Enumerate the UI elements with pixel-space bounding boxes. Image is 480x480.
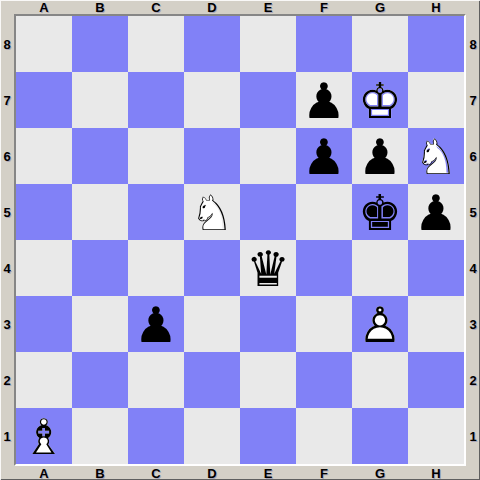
file-label-b: B bbox=[72, 0, 128, 15]
piece-glyph-outline: ♗ bbox=[16, 408, 72, 464]
file-label-c: C bbox=[128, 466, 184, 480]
file-label-e: E bbox=[240, 466, 296, 480]
board: ♟♚♔♟♟♞♘♞♘♚♟♛♟♟♙♝♗ bbox=[14, 14, 466, 466]
square-b5[interactable] bbox=[72, 184, 128, 240]
piece-bK-g5: ♚ bbox=[352, 184, 408, 240]
square-c3[interactable]: ♟ bbox=[128, 296, 184, 352]
rank-label-8: 8 bbox=[0, 16, 14, 72]
piece-bQ-e4: ♛ bbox=[240, 240, 296, 296]
square-h5[interactable]: ♟ bbox=[408, 184, 464, 240]
square-c6[interactable] bbox=[128, 128, 184, 184]
rank-label-2: 2 bbox=[0, 352, 14, 408]
file-label-g: G bbox=[352, 466, 408, 480]
square-g7[interactable]: ♚♔ bbox=[352, 72, 408, 128]
rank-labels-left: 87654321 bbox=[0, 16, 14, 464]
square-c8[interactable] bbox=[128, 16, 184, 72]
rank-label-5: 5 bbox=[0, 184, 14, 240]
chess-diagram: ABCDEFGH 87654321 ♟♚♔♟♟♞♘♞♘♚♟♛♟♟♙♝♗ 8765… bbox=[0, 0, 480, 480]
square-f5[interactable] bbox=[296, 184, 352, 240]
piece-bP-g6: ♟ bbox=[352, 128, 408, 184]
piece-glyph-fill: ♟ bbox=[408, 184, 464, 240]
square-a8[interactable] bbox=[16, 16, 72, 72]
rank-label-6: 6 bbox=[0, 128, 14, 184]
square-a1[interactable]: ♝♗ bbox=[16, 408, 72, 464]
square-c1[interactable] bbox=[128, 408, 184, 464]
square-d3[interactable] bbox=[184, 296, 240, 352]
piece-glyph-fill: ♟ bbox=[352, 128, 408, 184]
piece-glyph-outline: ♔ bbox=[352, 72, 408, 128]
file-label-e: E bbox=[240, 0, 296, 15]
square-b6[interactable] bbox=[72, 128, 128, 184]
piece-wN-d5: ♞♘ bbox=[184, 184, 240, 240]
piece-glyph-outline: ♘ bbox=[408, 128, 464, 184]
square-d4[interactable] bbox=[184, 240, 240, 296]
square-g5[interactable]: ♚ bbox=[352, 184, 408, 240]
piece-bP-f7: ♟ bbox=[296, 72, 352, 128]
piece-wB-a1: ♝♗ bbox=[16, 408, 72, 464]
square-a5[interactable] bbox=[16, 184, 72, 240]
square-e5[interactable] bbox=[240, 184, 296, 240]
square-e4[interactable]: ♛ bbox=[240, 240, 296, 296]
file-labels-bottom: ABCDEFGH bbox=[16, 466, 464, 480]
file-label-a: A bbox=[16, 0, 72, 15]
square-e8[interactable] bbox=[240, 16, 296, 72]
file-label-h: H bbox=[408, 466, 464, 480]
file-label-f: F bbox=[296, 466, 352, 480]
file-label-b: B bbox=[72, 466, 128, 480]
square-b1[interactable] bbox=[72, 408, 128, 464]
rank-label-8: 8 bbox=[466, 16, 480, 72]
rank-label-6: 6 bbox=[466, 128, 480, 184]
square-e1[interactable] bbox=[240, 408, 296, 464]
square-h8[interactable] bbox=[408, 16, 464, 72]
square-g3[interactable]: ♟♙ bbox=[352, 296, 408, 352]
square-d5[interactable]: ♞♘ bbox=[184, 184, 240, 240]
square-g1[interactable] bbox=[352, 408, 408, 464]
square-h4[interactable] bbox=[408, 240, 464, 296]
square-f7[interactable]: ♟ bbox=[296, 72, 352, 128]
square-d2[interactable] bbox=[184, 352, 240, 408]
rank-labels-right: 87654321 bbox=[466, 16, 480, 464]
piece-bP-h5: ♟ bbox=[408, 184, 464, 240]
square-f4[interactable] bbox=[296, 240, 352, 296]
piece-glyph-fill: ♟ bbox=[296, 72, 352, 128]
square-f8[interactable] bbox=[296, 16, 352, 72]
piece-wN-h6: ♞♘ bbox=[408, 128, 464, 184]
square-f3[interactable] bbox=[296, 296, 352, 352]
square-f1[interactable] bbox=[296, 408, 352, 464]
file-label-d: D bbox=[184, 466, 240, 480]
square-d6[interactable] bbox=[184, 128, 240, 184]
piece-wP-g3: ♟♙ bbox=[352, 296, 408, 352]
piece-glyph-fill: ♟ bbox=[128, 296, 184, 352]
square-a7[interactable] bbox=[16, 72, 72, 128]
square-a3[interactable] bbox=[16, 296, 72, 352]
square-b2[interactable] bbox=[72, 352, 128, 408]
square-c5[interactable] bbox=[128, 184, 184, 240]
rank-label-5: 5 bbox=[466, 184, 480, 240]
square-b8[interactable] bbox=[72, 16, 128, 72]
piece-glyph-fill: ♛ bbox=[240, 240, 296, 296]
piece-bP-c3: ♟ bbox=[128, 296, 184, 352]
file-label-a: A bbox=[16, 466, 72, 480]
square-g2[interactable] bbox=[352, 352, 408, 408]
piece-glyph-fill: ♟ bbox=[296, 128, 352, 184]
rank-label-1: 1 bbox=[0, 408, 14, 464]
square-c2[interactable] bbox=[128, 352, 184, 408]
square-f6[interactable]: ♟ bbox=[296, 128, 352, 184]
square-b7[interactable] bbox=[72, 72, 128, 128]
piece-bP-f6: ♟ bbox=[296, 128, 352, 184]
square-a2[interactable] bbox=[16, 352, 72, 408]
square-d1[interactable] bbox=[184, 408, 240, 464]
square-d8[interactable] bbox=[184, 16, 240, 72]
rank-label-3: 3 bbox=[466, 296, 480, 352]
square-b3[interactable] bbox=[72, 296, 128, 352]
file-labels-top: ABCDEFGH bbox=[16, 0, 464, 14]
file-label-c: C bbox=[128, 0, 184, 15]
rank-label-2: 2 bbox=[466, 352, 480, 408]
file-label-g: G bbox=[352, 0, 408, 15]
square-e7[interactable] bbox=[240, 72, 296, 128]
square-c4[interactable] bbox=[128, 240, 184, 296]
rank-label-4: 4 bbox=[0, 240, 14, 296]
rank-label-3: 3 bbox=[0, 296, 14, 352]
square-h7[interactable] bbox=[408, 72, 464, 128]
square-h6[interactable]: ♞♘ bbox=[408, 128, 464, 184]
file-label-d: D bbox=[184, 0, 240, 15]
square-e2[interactable] bbox=[240, 352, 296, 408]
rank-label-1: 1 bbox=[466, 408, 480, 464]
square-h1[interactable] bbox=[408, 408, 464, 464]
rank-label-7: 7 bbox=[466, 72, 480, 128]
piece-glyph-outline: ♘ bbox=[184, 184, 240, 240]
rank-label-7: 7 bbox=[0, 72, 14, 128]
square-e3[interactable] bbox=[240, 296, 296, 352]
square-d7[interactable] bbox=[184, 72, 240, 128]
square-g4[interactable] bbox=[352, 240, 408, 296]
square-g6[interactable]: ♟ bbox=[352, 128, 408, 184]
file-label-f: F bbox=[296, 0, 352, 15]
square-g8[interactable] bbox=[352, 16, 408, 72]
piece-wK-g7: ♚♔ bbox=[352, 72, 408, 128]
square-b4[interactable] bbox=[72, 240, 128, 296]
square-a6[interactable] bbox=[16, 128, 72, 184]
piece-glyph-outline: ♙ bbox=[352, 296, 408, 352]
square-h2[interactable] bbox=[408, 352, 464, 408]
square-h3[interactable] bbox=[408, 296, 464, 352]
square-e6[interactable] bbox=[240, 128, 296, 184]
square-c7[interactable] bbox=[128, 72, 184, 128]
piece-glyph-fill: ♚ bbox=[352, 184, 408, 240]
rank-label-4: 4 bbox=[466, 240, 480, 296]
square-f2[interactable] bbox=[296, 352, 352, 408]
square-a4[interactable] bbox=[16, 240, 72, 296]
file-label-h: H bbox=[408, 0, 464, 15]
